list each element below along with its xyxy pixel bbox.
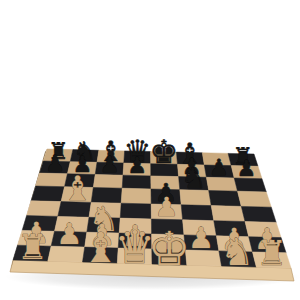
piece-black-king-e8: ♚: [149, 133, 178, 171]
piece-white-pawn-e4: ♟: [155, 192, 179, 222]
square-g4: [211, 206, 245, 222]
chess-board: ♜♞♝♛♚♝♜♟♟♟♟♟♟♟♞♝♟♟♞♟♟♟♟♟♟♟♜♝♛♚♞♜: [0, 0, 300, 300]
square-h4: [241, 206, 276, 222]
square-d5: [121, 188, 151, 204]
piece-black-pawn-d7: ♟: [127, 152, 147, 178]
piece-black-pawn-h7: ♟: [236, 155, 256, 181]
square-a4: [27, 201, 62, 217]
piece-black-pawn-g7: ♟: [209, 154, 229, 180]
piece-white-pawn-b2: ♟: [56, 217, 82, 251]
board-svg: ♜♞♝♛♚♝♜♟♟♟♟♟♟♟♞♝♟♟♞♟♟♟♟♟♟♟♜♝♛♚♞♜: [0, 0, 300, 300]
square-g5: [209, 191, 242, 207]
piece-white-rook-h1: ♜: [256, 233, 287, 273]
piece-white-rook-a1: ♜: [17, 227, 48, 267]
piece-white-knight-g1: ♞: [220, 230, 254, 274]
piece-black-knight-f6: ♞: [180, 161, 206, 195]
square-h5: [238, 191, 272, 207]
piece-white-king-e1: ♚: [148, 221, 190, 276]
piece-black-pawn-c7: ♟: [100, 151, 120, 177]
piece-white-pawn-f2: ♟: [188, 221, 214, 255]
square-a5: [31, 186, 64, 202]
square-f4: [181, 205, 214, 221]
square-d4: [120, 203, 151, 219]
product-photo-page: ♜♞♝♛♚♝♜♟♟♟♟♟♟♟♞♝♟♟♞♟♟♟♟♟♟♟♜♝♛♚♞♜: [0, 0, 300, 300]
